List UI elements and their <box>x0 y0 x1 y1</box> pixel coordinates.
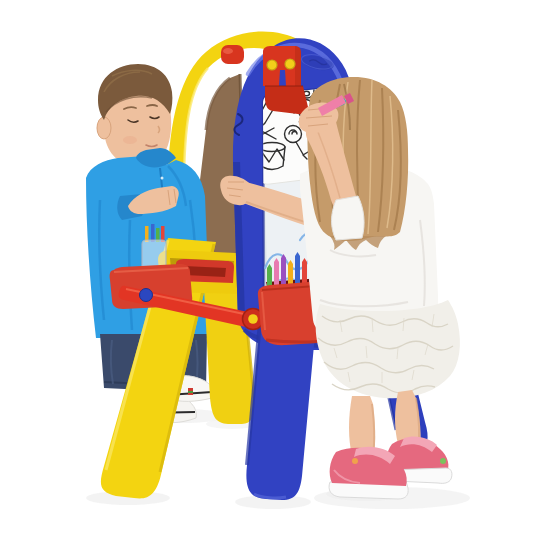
scene-illustration <box>0 0 550 550</box>
shoe-heel-tab-green <box>440 458 446 464</box>
clip-button-left <box>267 60 277 70</box>
crossbar-yellow-button <box>248 314 258 324</box>
shoe-heel-tab-orange <box>352 458 358 464</box>
girl-tutu-skirt <box>316 300 460 398</box>
clip-button-right <box>285 59 295 69</box>
product-photo <box>0 0 550 550</box>
crossbar-blue-button <box>140 289 153 302</box>
boy-ear <box>97 117 111 139</box>
clip-flap <box>265 86 308 114</box>
top-left-knob <box>221 45 244 64</box>
girl-sleeve <box>332 196 365 240</box>
